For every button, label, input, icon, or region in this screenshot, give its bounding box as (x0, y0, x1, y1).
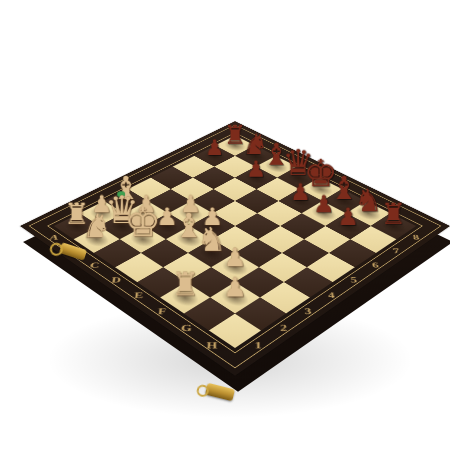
file-label-d: D (111, 275, 122, 285)
rank-label-2: 2 (280, 323, 288, 334)
light-rook-glyph: ♜ (171, 269, 200, 301)
light-knight-glyph: ♞ (197, 223, 227, 256)
dark-pawn-glyph: ♟ (246, 158, 266, 180)
file-label-f: F (157, 306, 166, 317)
file-label-h: H (206, 340, 217, 352)
dark-pawn-glyph: ♟ (290, 181, 311, 204)
light-knight-glyph: ♞ (82, 210, 111, 243)
rank-label-8: 8 (412, 233, 420, 242)
dark-pawn-glyph: ♟ (313, 193, 334, 217)
rank-label-6: 6 (371, 261, 379, 271)
dark-pawn-glyph: ♟ (205, 137, 224, 159)
file-label-g: G (181, 323, 192, 334)
file-label-a: A (48, 233, 59, 242)
square-h5[interactable] (307, 253, 355, 282)
rank-label-4: 4 (327, 290, 335, 300)
dark-rook-glyph: ♜ (380, 200, 406, 229)
rank-label-3: 3 (304, 306, 312, 317)
light-pawn-glyph: ♟ (223, 274, 247, 300)
rank-label-5: 5 (350, 275, 358, 285)
light-pawn-glyph: ♟ (224, 245, 247, 270)
rank-label-1: 1 (255, 340, 262, 352)
square-h6[interactable] (329, 239, 376, 267)
dark-pawn-glyph: ♟ (337, 205, 359, 229)
file-label-e: E (134, 290, 144, 300)
file-label-c: C (89, 261, 100, 271)
light-king-glyph: ♚ (125, 202, 162, 243)
product-photo-background: ♜♞♝♛♚♝♞♜♟♟♟♟♟♟♟♝♟♟♝♞♟♟♛♚♟♜♞♜ ABCDEFGH 12… (0, 0, 450, 450)
rank-label-7: 7 (392, 247, 400, 256)
square-c1[interactable] (94, 239, 141, 267)
